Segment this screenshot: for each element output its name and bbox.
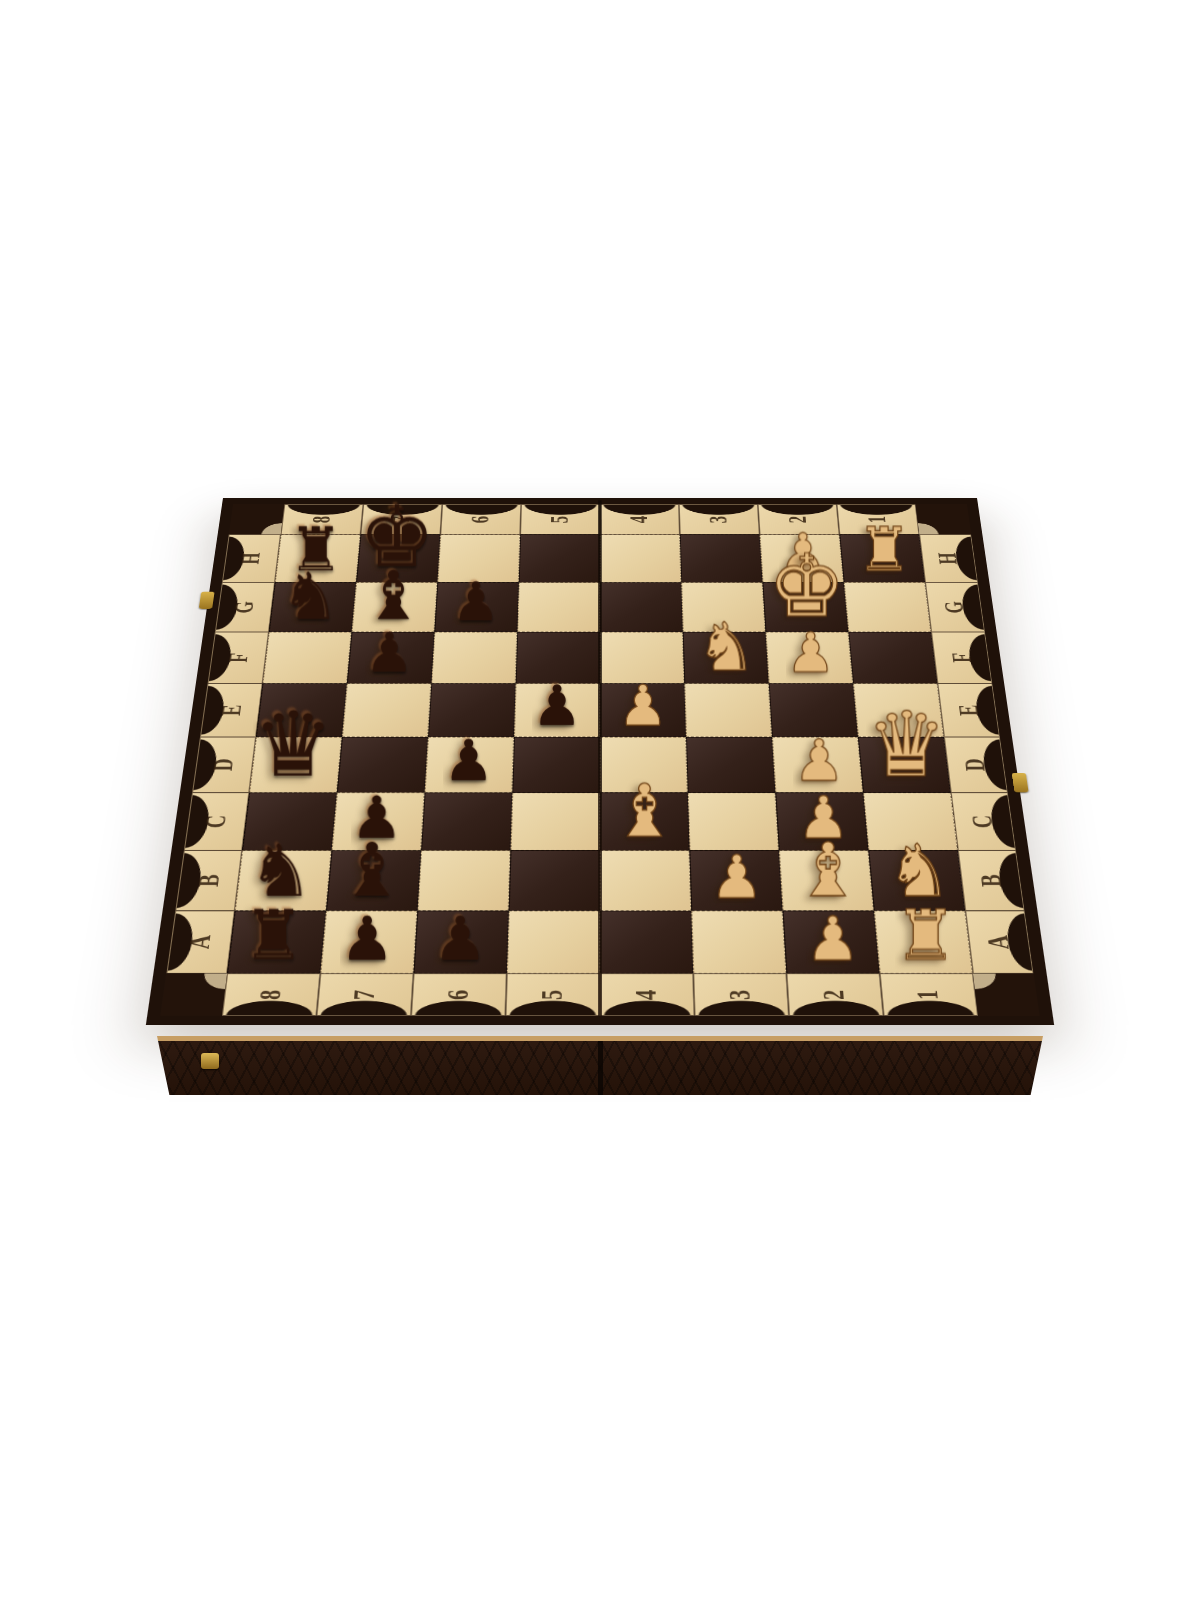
rank-label-text: 3 [705, 516, 734, 523]
black-bishop-b7[interactable]: ♝ [339, 833, 406, 907]
file-label-text: H [236, 552, 267, 564]
file-label-D: D [944, 737, 1008, 793]
square-a8[interactable]: ♜ [227, 911, 326, 974]
file-label-H: H [222, 535, 281, 583]
white-pawn-a2[interactable]: ♟ [806, 909, 860, 970]
white-rook-a1[interactable]: ♜ [895, 900, 957, 969]
file-label-B: B [958, 850, 1025, 910]
white-king-g2[interactable]: ♚ [768, 542, 846, 629]
file-label-text: E [952, 704, 984, 715]
black-queen-d8[interactable]: ♛ [253, 700, 333, 790]
square-f6[interactable] [431, 632, 517, 684]
square-e5[interactable]: ♟ [514, 683, 600, 737]
square-e7[interactable] [342, 683, 431, 737]
rank-label-text: 3 [724, 989, 758, 999]
file-label-G: G [925, 582, 985, 632]
white-bishop-b2[interactable]: ♝ [795, 833, 862, 907]
black-pawn-a7[interactable]: ♟ [340, 909, 394, 970]
square-h5[interactable] [519, 535, 600, 583]
square-b6[interactable] [417, 850, 510, 910]
square-a7[interactable]: ♟ [320, 911, 417, 974]
white-pawn-b3[interactable]: ♟ [710, 848, 763, 907]
square-e3[interactable] [684, 683, 772, 737]
square-d6[interactable]: ♟ [425, 737, 514, 793]
file-label-A: A [166, 911, 234, 974]
frame-corner [229, 504, 285, 534]
rank-label-text: 1 [911, 989, 946, 999]
black-pawn-e5[interactable]: ♟ [532, 678, 582, 734]
square-g5[interactable] [517, 582, 600, 632]
square-g4[interactable] [600, 582, 683, 632]
square-h3[interactable] [680, 535, 763, 583]
square-f7[interactable]: ♟ [347, 632, 435, 684]
rank-label-6: 6 [440, 504, 521, 534]
file-label-text: B [192, 874, 226, 887]
rank-label-text: 6 [466, 516, 495, 523]
file-label-B: B [175, 850, 242, 910]
white-pawn-d2[interactable]: ♟ [793, 732, 844, 789]
square-h4[interactable] [600, 535, 681, 583]
rank-label-text: 8 [254, 989, 289, 999]
square-b3[interactable]: ♟ [689, 850, 782, 910]
rank-label-2: 2 [786, 974, 883, 1016]
rank-label-5: 5 [505, 974, 600, 1016]
file-label-A: A [965, 911, 1033, 974]
board-tilt-plane: 87654321H♜♚♟♜HG♞♝♟♚GF♟♞♟FE♟♟ED♛♟♟♛DC♟♝♟C… [146, 498, 1054, 1025]
file-label-text: C [966, 815, 1000, 828]
black-bishop-g7[interactable]: ♝ [363, 562, 423, 629]
square-a5[interactable] [507, 911, 600, 974]
rank-label-8: 8 [222, 974, 320, 1016]
file-label-text: A [982, 935, 1017, 949]
square-e4[interactable]: ♟ [600, 683, 686, 737]
square-h1[interactable]: ♜ [839, 535, 925, 583]
brass-clasp-left [199, 592, 215, 609]
file-label-text: C [200, 815, 234, 828]
black-pawn-g6[interactable]: ♟ [452, 575, 500, 629]
square-a1[interactable]: ♜ [874, 911, 973, 974]
file-label-text: D [208, 758, 241, 771]
file-label-text: G [230, 601, 261, 613]
square-c6[interactable] [421, 793, 512, 851]
file-label-text: F [946, 653, 977, 663]
black-knight-g8[interactable]: ♞ [281, 564, 340, 629]
file-label-H: H [919, 535, 978, 583]
rank-label-4: 4 [600, 974, 695, 1016]
square-g1[interactable] [844, 582, 931, 632]
black-rook-a8[interactable]: ♜ [243, 900, 305, 969]
brass-clasp-front [201, 1053, 219, 1069]
board-front-edge [157, 1036, 1043, 1095]
white-knight-f3[interactable]: ♞ [697, 614, 757, 681]
rank-label-3: 3 [679, 504, 760, 534]
rank-label-text: 7 [348, 989, 383, 999]
square-b4[interactable] [600, 850, 691, 910]
file-label-text: E [215, 704, 247, 715]
rank-label-6: 6 [411, 974, 507, 1016]
square-b2[interactable]: ♝ [779, 850, 874, 910]
rank-label-text: 6 [442, 989, 476, 999]
rank-label-text: 4 [630, 989, 664, 999]
file-label-text: D [959, 758, 992, 771]
frame-corner [160, 974, 227, 1016]
square-c5[interactable] [511, 793, 600, 851]
black-pawn-a6[interactable]: ♟ [433, 909, 487, 970]
product-photo: 87654321H♜♚♟♜HG♞♝♟♚GF♟♞♟FE♟♟ED♛♟♟♛DC♟♝♟C… [0, 0, 1200, 1600]
square-d3[interactable] [686, 737, 775, 793]
square-g6[interactable]: ♟ [434, 582, 518, 632]
file-label-text: H [933, 552, 964, 564]
rank-label-7: 7 [316, 974, 413, 1016]
square-a4[interactable] [600, 911, 693, 974]
white-bishop-c4[interactable]: ♝ [612, 774, 677, 847]
square-a6[interactable]: ♟ [414, 911, 509, 974]
file-label-text: A [183, 935, 218, 949]
white-pawn-e4[interactable]: ♟ [618, 678, 668, 734]
frame-corner [916, 504, 972, 534]
white-pawn-f2[interactable]: ♟ [786, 626, 835, 681]
rank-label-text: 5 [546, 516, 575, 523]
brass-clasp-right [1012, 773, 1029, 793]
square-d5[interactable] [512, 737, 600, 793]
file-label-text: G [939, 601, 970, 613]
file-label-text: B [974, 874, 1008, 887]
square-f1[interactable] [848, 632, 937, 684]
file-label-C: C [184, 793, 249, 851]
white-queen-d1[interactable]: ♛ [866, 700, 946, 790]
rank-label-text: 5 [536, 989, 570, 999]
frame-corner [973, 974, 1040, 1016]
square-d8[interactable]: ♛ [249, 737, 342, 793]
black-pawn-f7[interactable]: ♟ [365, 626, 414, 681]
rank-label-5: 5 [520, 504, 600, 534]
square-f3[interactable]: ♞ [683, 632, 769, 684]
file-label-text: F [223, 653, 254, 663]
rank-label-3: 3 [693, 974, 789, 1016]
white-rook-h1[interactable]: ♜ [857, 519, 911, 579]
square-b5[interactable] [509, 850, 600, 910]
rank-label-4: 4 [600, 504, 680, 534]
square-g8[interactable]: ♞ [269, 582, 356, 632]
square-b7[interactable]: ♝ [326, 850, 421, 910]
file-label-F: F [931, 632, 992, 684]
file-label-G: G [215, 582, 275, 632]
square-a3[interactable] [691, 911, 786, 974]
square-d1[interactable]: ♛ [858, 737, 951, 793]
file-label-C: C [951, 793, 1016, 851]
square-a2[interactable]: ♟ [783, 911, 880, 974]
file-label-F: F [208, 632, 269, 684]
black-pawn-d6[interactable]: ♟ [443, 732, 494, 789]
square-f2[interactable]: ♟ [766, 632, 854, 684]
rank-label-1: 1 [880, 974, 978, 1016]
rank-label-text: 4 [625, 516, 654, 523]
file-label-E: E [937, 683, 1000, 737]
file-label-D: D [192, 737, 256, 793]
square-c4[interactable]: ♝ [600, 793, 689, 851]
board-fold-seam [598, 500, 602, 1019]
rank-label-text: 2 [817, 989, 852, 999]
square-f8[interactable] [263, 632, 352, 684]
